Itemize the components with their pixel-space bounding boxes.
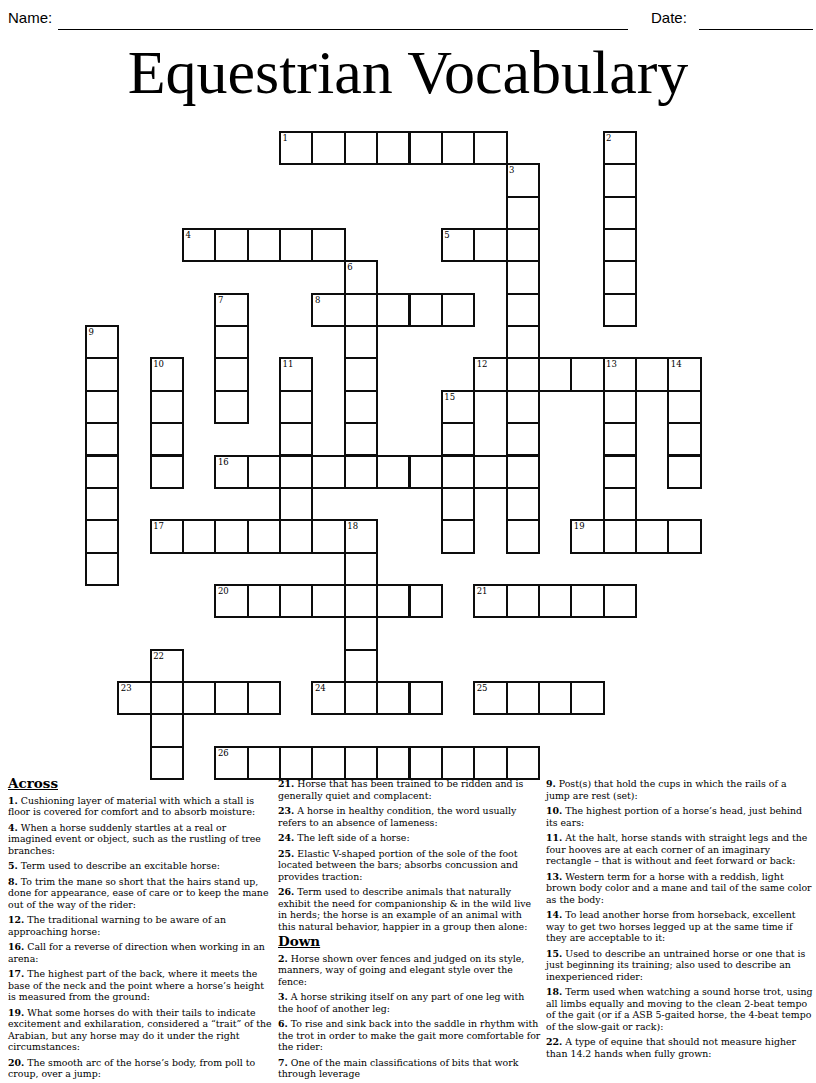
clue-across-26: 26. Term used to describe animals that n… xyxy=(278,886,541,932)
clue-text: What some horses do with their tails to … xyxy=(8,1007,272,1053)
cell-number-24: 24 xyxy=(315,684,326,693)
grid-cell-r4c16[interactable] xyxy=(603,260,637,294)
grid-cell-r19c11[interactable] xyxy=(441,746,475,780)
grid-cell-r3c7[interactable] xyxy=(311,228,345,262)
clue-number-label: 14. xyxy=(546,909,562,920)
grid-cell-r9c18[interactable] xyxy=(667,422,701,456)
clue-across-23: 23. A horse in healthy condition, the wo… xyxy=(278,805,541,828)
clue-number-label: 23. xyxy=(278,805,294,816)
cell-number-7: 7 xyxy=(218,296,223,305)
clue-text: At the halt, horse stands with straight … xyxy=(546,832,807,866)
grid-cell-r0c9[interactable] xyxy=(376,131,410,165)
clue-text: Term used when watching a sound horse tr… xyxy=(546,986,813,1032)
grid-cell-r12c5[interactable] xyxy=(247,519,281,553)
grid-cell-r14c8[interactable] xyxy=(344,584,378,618)
grid-cell-r13c8[interactable] xyxy=(344,552,378,586)
grid-cell-r9c13[interactable] xyxy=(506,422,540,456)
grid-cell-r8c2[interactable] xyxy=(150,390,184,424)
clue-across-8: 8. To trim the mane so short that the ha… xyxy=(8,876,272,911)
grid-cell-r12c4[interactable] xyxy=(214,519,248,553)
clue-text: Horse that has been trained to be ridden… xyxy=(278,778,523,801)
grid-cell-r13c0[interactable] xyxy=(85,552,119,586)
clue-down-15: 15. Used to describe an untrained horse … xyxy=(546,948,813,983)
grid-cell-r0c8[interactable] xyxy=(344,131,378,165)
grid-cell-r5c10[interactable] xyxy=(409,293,443,327)
clue-number-label: 3. xyxy=(278,991,288,1002)
clue-across-1: 1. Cushioning layer of material with whi… xyxy=(8,795,272,818)
clue-across-24: 24. The left side of a horse: xyxy=(278,832,541,844)
crossword-grid: 1234567891011121314151617181920212223242… xyxy=(85,131,707,783)
clue-number-label: 13. xyxy=(546,871,562,882)
grid-cell-r19c12[interactable] xyxy=(473,746,507,780)
grid-cell-r12c11[interactable] xyxy=(441,519,475,553)
grid-cell-r5c8[interactable] xyxy=(344,293,378,327)
clue-text: The highest part of the back, where it m… xyxy=(8,968,264,1002)
grid-cell-r2c13[interactable] xyxy=(506,196,540,230)
clue-number-label: 10. xyxy=(546,805,562,816)
grid-cell-r9c2[interactable] xyxy=(150,422,184,456)
grid-cell-r7c15[interactable] xyxy=(570,357,604,391)
clue-down-10: 10. The highest portion of a horse’s hea… xyxy=(546,805,813,828)
cell-number-2: 2 xyxy=(606,134,611,143)
grid-cell-r3c12[interactable] xyxy=(473,228,507,262)
cell-number-15: 15 xyxy=(444,393,455,402)
grid-cell-r10c13[interactable] xyxy=(506,455,540,489)
clue-down-7: 7. One of the main classifications of bi… xyxy=(278,1057,541,1080)
clue-text: To lead another horse from horseback, ex… xyxy=(546,909,796,943)
grid-cell-r3c13[interactable] xyxy=(506,228,540,262)
cell-number-13: 13 xyxy=(606,360,617,369)
cell-number-9: 9 xyxy=(89,328,94,337)
clue-across-5: 5. Term used to describe an excitable ho… xyxy=(8,860,272,872)
grid-cell-r7c17[interactable] xyxy=(635,357,669,391)
grid-cell-r10c10[interactable] xyxy=(409,455,443,489)
cell-number-8: 8 xyxy=(315,296,320,305)
clue-number-label: 16. xyxy=(8,941,24,952)
grid-cell-r8c13[interactable] xyxy=(506,390,540,424)
grid-cell-r9c6[interactable] xyxy=(279,422,313,456)
grid-cell-r5c13[interactable] xyxy=(506,293,540,327)
clue-text: A horse striking itself on any part of o… xyxy=(278,991,524,1014)
cell-number-18: 18 xyxy=(347,522,358,531)
grid-cell-r12c16[interactable] xyxy=(603,519,637,553)
clue-number-label: 5. xyxy=(8,860,18,871)
grid-cell-r8c0[interactable] xyxy=(85,390,119,424)
grid-cell-r15c8[interactable] xyxy=(344,616,378,650)
grid-cell-r17c10[interactable] xyxy=(409,681,443,715)
grid-cell-r12c6[interactable] xyxy=(279,519,313,553)
grid-cell-r8c18[interactable] xyxy=(667,390,701,424)
grid-cell-r14c6[interactable] xyxy=(279,584,313,618)
clue-number-label: 21. xyxy=(278,778,294,789)
grid-cell-r19c10[interactable] xyxy=(409,746,443,780)
clue-text: The left side of a horse: xyxy=(294,832,409,843)
clue-number-label: 12. xyxy=(8,914,24,925)
cell-number-21: 21 xyxy=(477,587,488,596)
clue-across-20: 20. The smooth arc of the horse’s body, … xyxy=(8,1057,272,1080)
clues-column-2: 21. Horse that has been trained to be ri… xyxy=(278,778,541,1083)
cell-number-11: 11 xyxy=(283,360,294,369)
grid-cell-r5c16[interactable] xyxy=(603,293,637,327)
grid-cell-r11c6[interactable] xyxy=(279,487,313,521)
grid-cell-r19c6[interactable] xyxy=(279,746,313,780)
clue-number-label: 17. xyxy=(8,968,24,979)
grid-cell-r0c7[interactable] xyxy=(311,131,345,165)
clue-text: Term used to describe an excitable horse… xyxy=(18,860,220,871)
grid-cell-r14c10[interactable] xyxy=(409,584,443,618)
grid-cell-r17c3[interactable] xyxy=(182,681,216,715)
clue-across-12: 12. The traditional warning to be aware … xyxy=(8,914,272,937)
grid-cell-r10c6[interactable] xyxy=(279,455,313,489)
grid-cell-r14c13[interactable] xyxy=(506,584,540,618)
grid-cell-r6c4[interactable] xyxy=(214,325,248,359)
grid-cell-r14c15[interactable] xyxy=(570,584,604,618)
clue-number-label: 20. xyxy=(8,1057,24,1068)
clue-number-label: 22. xyxy=(546,1036,562,1047)
clue-number-label: 25. xyxy=(278,848,294,859)
grid-cell-r10c16[interactable] xyxy=(603,455,637,489)
clue-text: The smooth arc of the horse’s body, from… xyxy=(8,1057,255,1080)
grid-cell-r14c16[interactable] xyxy=(603,584,637,618)
clue-down-18: 18. Term used when watching a sound hors… xyxy=(546,986,813,1032)
grid-cell-r3c16[interactable] xyxy=(603,228,637,262)
clue-across-16: 16. Call for a reverse of direction when… xyxy=(8,941,272,964)
clue-down-3: 3. A horse striking itself on any part o… xyxy=(278,991,541,1014)
grid-cell-r19c9[interactable] xyxy=(376,746,410,780)
cell-number-16: 16 xyxy=(218,458,229,467)
clue-down-13: 13. Western term for a horse with a redd… xyxy=(546,871,813,906)
name-line[interactable] xyxy=(58,12,628,30)
clue-across-21: 21. Horse that has been trained to be ri… xyxy=(278,778,541,801)
clue-across-25: 25. Elastic V-shaped portion of the sole… xyxy=(278,848,541,883)
clue-text: Term used to describe animals that natur… xyxy=(278,886,531,932)
grid-cell-r10c18[interactable] xyxy=(667,455,701,489)
grid-cell-r10c2[interactable] xyxy=(150,455,184,489)
grid-cell-r3c6[interactable] xyxy=(279,228,313,262)
clue-text: To rise and sink back into the saddle in… xyxy=(278,1018,540,1052)
clues-column-3: 9. Post(s) that hold the cups in which t… xyxy=(546,778,813,1063)
grid-cell-r9c8[interactable] xyxy=(344,422,378,456)
grid-cell-r8c4[interactable] xyxy=(214,390,248,424)
grid-cell-r6c13[interactable] xyxy=(506,325,540,359)
clue-text: Post(s) that hold the cups in which the … xyxy=(546,778,786,801)
cell-number-19: 19 xyxy=(574,522,585,531)
grid-cell-r1c16[interactable] xyxy=(603,163,637,197)
grid-cell-r8c6[interactable] xyxy=(279,390,313,424)
grid-cell-r5c9[interactable] xyxy=(376,293,410,327)
grid-cell-r10c8[interactable] xyxy=(344,455,378,489)
clue-down-22: 22. A type of equine that should not mea… xyxy=(546,1036,813,1059)
clue-number-label: 4. xyxy=(8,822,18,833)
name-label: Name: xyxy=(8,9,52,26)
cell-number-6: 6 xyxy=(347,263,352,272)
grid-cell-r10c11[interactable] xyxy=(441,455,475,489)
grid-cell-r17c9[interactable] xyxy=(376,681,410,715)
grid-cell-r17c5[interactable] xyxy=(247,681,281,715)
cell-number-3: 3 xyxy=(509,166,514,175)
clue-text: The highest portion of a horse’s head, j… xyxy=(546,805,802,828)
clue-number-label: 1. xyxy=(8,795,18,806)
grid-cell-r7c0[interactable] xyxy=(85,357,119,391)
cell-number-1: 1 xyxy=(283,134,288,143)
grid-cell-r2c16[interactable] xyxy=(603,196,637,230)
clue-down-2: 2. Horse shown over fences and judged on… xyxy=(278,953,541,988)
clue-number-label: 18. xyxy=(546,986,562,997)
crossword-worksheet: { "game": "crossword", "title": "Equestr… xyxy=(0,0,816,1083)
clue-text: Horse shown over fences and judged on it… xyxy=(278,953,524,987)
grid-cell-r16c8[interactable] xyxy=(344,649,378,683)
date-line[interactable] xyxy=(699,12,813,30)
date-label: Date: xyxy=(651,9,687,26)
cell-number-22: 22 xyxy=(153,652,164,661)
clue-number-label: 15. xyxy=(546,948,562,959)
grid-cell-r11c11[interactable] xyxy=(441,487,475,521)
grid-cell-r17c2[interactable] xyxy=(150,681,184,715)
clue-text: To trim the mane so short that the hairs… xyxy=(8,876,268,910)
grid-cell-r9c16[interactable] xyxy=(603,422,637,456)
grid-cell-r14c9[interactable] xyxy=(376,584,410,618)
grid-cell-r12c0[interactable] xyxy=(85,519,119,553)
clue-text: A horse in healthy condition, the word u… xyxy=(278,805,516,828)
clue-across-19: 19. What some horses do with their tails… xyxy=(8,1007,272,1053)
grid-cell-r4c13[interactable] xyxy=(506,260,540,294)
cell-number-10: 10 xyxy=(153,360,164,369)
grid-cell-r8c16[interactable] xyxy=(603,390,637,424)
clue-text: One of the main classifications of bits … xyxy=(278,1057,518,1080)
clues-column-1: Across1. Cushioning layer of material wi… xyxy=(8,778,272,1083)
clue-number-label: 24. xyxy=(278,832,294,843)
grid-cell-r14c14[interactable] xyxy=(538,584,572,618)
clue-number-label: 9. xyxy=(546,778,556,789)
grid-cell-r17c14[interactable] xyxy=(538,681,572,715)
clue-number-label: 2. xyxy=(278,953,288,964)
grid-cell-r19c8[interactable] xyxy=(344,746,378,780)
clue-number-label: 7. xyxy=(278,1057,288,1068)
grid-cell-r0c12[interactable] xyxy=(473,131,507,165)
grid-cell-r7c8[interactable] xyxy=(344,357,378,391)
grid-cell-r7c14[interactable] xyxy=(538,357,572,391)
grid-cell-r19c7[interactable] xyxy=(311,746,345,780)
grid-cell-r6c8[interactable] xyxy=(344,325,378,359)
grid-cell-r10c9[interactable] xyxy=(376,455,410,489)
clue-text: When a horse suddenly startles at a real… xyxy=(8,822,261,856)
grid-cell-r12c18[interactable] xyxy=(667,519,701,553)
clue-text: Cushioning layer of material with which … xyxy=(8,795,255,818)
clue-across-4: 4. When a horse suddenly startles at a r… xyxy=(8,822,272,857)
grid-cell-r8c8[interactable] xyxy=(344,390,378,424)
clue-across-17: 17. The highest part of the back, where … xyxy=(8,968,272,1003)
grid-cell-r7c13[interactable] xyxy=(506,357,540,391)
clue-text: Call for a reverse of direction when wor… xyxy=(8,941,265,964)
grid-cell-r17c15[interactable] xyxy=(570,681,604,715)
clue-text: Elastic V-shaped portion of the sole of … xyxy=(278,848,518,882)
puzzle-title: Equestrian Vocabulary xyxy=(0,38,816,106)
grid-cell-r18c2[interactable] xyxy=(150,713,184,747)
clue-down-9: 9. Post(s) that hold the cups in which t… xyxy=(546,778,813,801)
grid-cell-r12c7[interactable] xyxy=(311,519,345,553)
clue-text: Used to describe an untrained horse or o… xyxy=(546,948,805,982)
grid-cell-r0c10[interactable] xyxy=(409,131,443,165)
grid-cell-r11c0[interactable] xyxy=(85,487,119,521)
grid-cell-r9c11[interactable] xyxy=(441,422,475,456)
grid-cell-r10c0[interactable] xyxy=(85,455,119,489)
cell-number-23: 23 xyxy=(121,684,132,693)
cell-number-25: 25 xyxy=(477,684,488,693)
clue-text: Western term for a horse with a reddish,… xyxy=(546,871,812,905)
grid-cell-r19c2[interactable] xyxy=(150,746,184,780)
grid-cell-r14c7[interactable] xyxy=(311,584,345,618)
cell-number-12: 12 xyxy=(477,360,488,369)
across-clues-header: Across xyxy=(8,778,272,790)
grid-cell-r17c8[interactable] xyxy=(344,681,378,715)
grid-cell-r9c0[interactable] xyxy=(85,422,119,456)
grid-cell-r11c16[interactable] xyxy=(603,487,637,521)
grid-cell-r17c4[interactable] xyxy=(214,681,248,715)
clue-down-11: 11. At the halt, horse stands with strai… xyxy=(546,832,813,867)
grid-cell-r19c5[interactable] xyxy=(247,746,281,780)
clue-number-label: 26. xyxy=(278,886,294,897)
clue-text: A type of equine that should not measure… xyxy=(546,1036,796,1059)
grid-cell-r12c3[interactable] xyxy=(182,519,216,553)
clue-number-label: 6. xyxy=(278,1018,288,1029)
cell-number-26: 26 xyxy=(218,749,229,758)
clue-number-label: 8. xyxy=(8,876,18,887)
clue-down-14: 14. To lead another horse from horseback… xyxy=(546,909,813,944)
grid-cell-r5c11[interactable] xyxy=(441,293,475,327)
grid-cell-r11c13[interactable] xyxy=(506,487,540,521)
grid-cell-r14c5[interactable] xyxy=(247,584,281,618)
cell-number-5: 5 xyxy=(444,231,449,240)
down-clues-header: Down xyxy=(278,936,541,948)
grid-cell-r10c5[interactable] xyxy=(247,455,281,489)
grid-cell-r17c13[interactable] xyxy=(506,681,540,715)
clue-down-6: 6. To rise and sink back into the saddle… xyxy=(278,1018,541,1053)
cell-number-17: 17 xyxy=(153,522,164,531)
grid-cell-r7c4[interactable] xyxy=(214,357,248,391)
grid-cell-r10c7[interactable] xyxy=(311,455,345,489)
clue-number-label: 11. xyxy=(546,832,562,843)
clue-text: The traditional warning to be aware of a… xyxy=(8,914,226,937)
grid-cell-r3c4[interactable] xyxy=(214,228,248,262)
cell-number-14: 14 xyxy=(671,360,682,369)
clue-number-label: 19. xyxy=(8,1007,24,1018)
grid-cell-r12c17[interactable] xyxy=(635,519,669,553)
grid-cell-r12c13[interactable] xyxy=(506,519,540,553)
cell-number-20: 20 xyxy=(218,587,229,596)
grid-cell-r0c11[interactable] xyxy=(441,131,475,165)
grid-cell-r10c12[interactable] xyxy=(473,455,507,489)
grid-cell-r19c13[interactable] xyxy=(506,746,540,780)
grid-cell-r3c5[interactable] xyxy=(247,228,281,262)
cell-number-4: 4 xyxy=(186,231,191,240)
